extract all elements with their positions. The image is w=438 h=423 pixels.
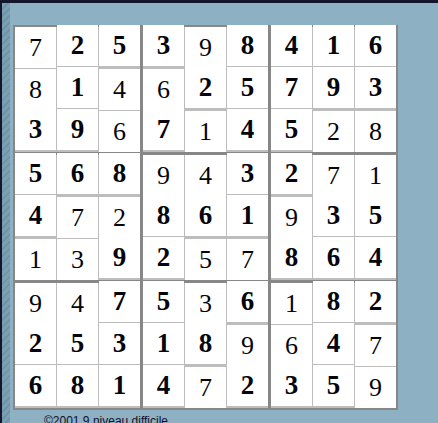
cell-r1c7[interactable]: 4 bbox=[271, 25, 312, 66]
cell-r3c6[interactable]: 4 bbox=[227, 109, 268, 150]
cell-r4c2[interactable]: 6 bbox=[57, 153, 98, 194]
cell-r8c8[interactable]: 4 bbox=[313, 323, 354, 364]
cell-r5c3[interactable]: 2 bbox=[99, 197, 140, 238]
cell-r4c5[interactable]: 4 bbox=[185, 155, 226, 196]
cell-r2c9[interactable]: 3 bbox=[355, 67, 396, 108]
cell-r2c4[interactable]: 6 bbox=[143, 69, 184, 110]
sudoku-board: 7258143963986257144167935285684721399438… bbox=[13, 25, 398, 410]
cell-r8c5[interactable]: 8 bbox=[185, 323, 226, 364]
cell-r8c6[interactable]: 9 bbox=[227, 325, 268, 366]
cell-r5c6[interactable]: 1 bbox=[227, 195, 268, 236]
sudoku-block-9: 182647359 bbox=[271, 283, 396, 408]
cell-r1c6[interactable]: 8 bbox=[227, 25, 268, 66]
cell-r8c9[interactable]: 7 bbox=[355, 325, 396, 366]
cell-r3c2[interactable]: 9 bbox=[57, 109, 98, 150]
cell-r5c5[interactable]: 6 bbox=[185, 195, 226, 236]
cell-r7c5[interactable]: 3 bbox=[185, 283, 226, 324]
cell-r1c9[interactable]: 6 bbox=[355, 25, 396, 66]
cell-r6c8[interactable]: 6 bbox=[313, 237, 354, 278]
cell-r4c4[interactable]: 9 bbox=[143, 155, 184, 196]
cell-r4c6[interactable]: 3 bbox=[227, 153, 268, 194]
cell-r1c4[interactable]: 3 bbox=[143, 25, 184, 66]
sudoku-block-4: 568472139 bbox=[15, 155, 140, 280]
cell-r8c2[interactable]: 5 bbox=[57, 323, 98, 364]
sudoku-block-6: 271935864 bbox=[271, 155, 396, 280]
cell-r1c1[interactable]: 7 bbox=[15, 27, 56, 68]
cell-r6c5[interactable]: 5 bbox=[185, 239, 226, 280]
cell-r9c8[interactable]: 5 bbox=[313, 365, 354, 406]
cell-r3c7[interactable]: 5 bbox=[271, 109, 312, 150]
cell-r4c1[interactable]: 5 bbox=[15, 153, 56, 194]
cell-r7c4[interactable]: 5 bbox=[143, 281, 184, 322]
left-texture-strip bbox=[2, 3, 10, 423]
cell-r8c4[interactable]: 1 bbox=[143, 323, 184, 364]
cell-r4c3[interactable]: 8 bbox=[99, 153, 140, 194]
cell-r7c6[interactable]: 6 bbox=[227, 281, 268, 322]
cell-r5c2[interactable]: 7 bbox=[57, 197, 98, 238]
cell-r2c3[interactable]: 4 bbox=[99, 69, 140, 110]
cell-r4c8[interactable]: 7 bbox=[313, 155, 354, 196]
cell-r9c3[interactable]: 1 bbox=[99, 365, 140, 406]
cell-r5c9[interactable]: 5 bbox=[355, 195, 396, 236]
cell-r6c4[interactable]: 2 bbox=[143, 237, 184, 278]
cell-r3c3[interactable]: 6 bbox=[99, 111, 140, 152]
cell-r9c1[interactable]: 6 bbox=[15, 365, 56, 406]
cell-r2c1[interactable]: 8 bbox=[15, 69, 56, 110]
sudoku-block-2: 398625714 bbox=[143, 27, 268, 152]
cell-r5c7[interactable]: 9 bbox=[271, 197, 312, 238]
cell-r1c5[interactable]: 9 bbox=[185, 27, 226, 68]
cell-r8c7[interactable]: 6 bbox=[271, 325, 312, 366]
cell-r6c9[interactable]: 4 bbox=[355, 237, 396, 278]
cell-r2c2[interactable]: 1 bbox=[57, 67, 98, 108]
sudoku-block-7: 947253681 bbox=[15, 283, 140, 408]
cell-r1c3[interactable]: 5 bbox=[99, 25, 140, 66]
cell-r7c1[interactable]: 9 bbox=[15, 283, 56, 324]
cell-r7c7[interactable]: 1 bbox=[271, 283, 312, 324]
cell-r5c4[interactable]: 8 bbox=[143, 195, 184, 236]
cell-r9c6[interactable]: 2 bbox=[227, 365, 268, 406]
cell-r7c3[interactable]: 7 bbox=[99, 281, 140, 322]
cell-r6c1[interactable]: 1 bbox=[15, 239, 56, 280]
cell-r8c1[interactable]: 2 bbox=[15, 323, 56, 364]
cell-r3c4[interactable]: 7 bbox=[143, 109, 184, 150]
sudoku-block-3: 416793528 bbox=[271, 27, 396, 152]
cell-r2c8[interactable]: 9 bbox=[313, 67, 354, 108]
cell-r7c2[interactable]: 4 bbox=[57, 283, 98, 324]
cell-r9c7[interactable]: 3 bbox=[271, 365, 312, 406]
cell-r2c5[interactable]: 2 bbox=[185, 67, 226, 108]
window-left-border bbox=[0, 0, 2, 423]
cell-r8c3[interactable]: 3 bbox=[99, 323, 140, 364]
cell-r5c1[interactable]: 4 bbox=[15, 195, 56, 236]
cell-r9c9[interactable]: 9 bbox=[355, 367, 396, 408]
cell-r3c8[interactable]: 2 bbox=[313, 111, 354, 152]
cell-r2c7[interactable]: 7 bbox=[271, 67, 312, 108]
cell-r6c6[interactable]: 7 bbox=[227, 239, 268, 280]
cell-r4c9[interactable]: 1 bbox=[355, 155, 396, 196]
cell-r3c5[interactable]: 1 bbox=[185, 111, 226, 152]
cell-r3c1[interactable]: 3 bbox=[15, 109, 56, 150]
cell-r7c8[interactable]: 8 bbox=[313, 281, 354, 322]
cell-r1c8[interactable]: 1 bbox=[313, 25, 354, 66]
cell-r2c6[interactable]: 5 bbox=[227, 67, 268, 108]
copyright-caption: ©2001 9 niveau difficile bbox=[44, 414, 168, 423]
cell-r3c9[interactable]: 8 bbox=[355, 111, 396, 152]
sudoku-block-1: 725814396 bbox=[15, 27, 140, 152]
window-top-border bbox=[0, 0, 438, 3]
cell-r6c3[interactable]: 9 bbox=[99, 237, 140, 278]
cell-r6c2[interactable]: 3 bbox=[57, 239, 98, 280]
cell-r5c8[interactable]: 3 bbox=[313, 195, 354, 236]
cell-r1c2[interactable]: 2 bbox=[57, 25, 98, 66]
cell-r6c7[interactable]: 8 bbox=[271, 237, 312, 278]
cell-r9c4[interactable]: 4 bbox=[143, 365, 184, 406]
cell-r9c2[interactable]: 8 bbox=[57, 365, 98, 406]
sudoku-block-5: 943861257 bbox=[143, 155, 268, 280]
cell-r4c7[interactable]: 2 bbox=[271, 153, 312, 194]
sudoku-block-8: 536189472 bbox=[143, 283, 268, 408]
cell-r9c5[interactable]: 7 bbox=[185, 367, 226, 408]
cell-r7c9[interactable]: 2 bbox=[355, 281, 396, 322]
